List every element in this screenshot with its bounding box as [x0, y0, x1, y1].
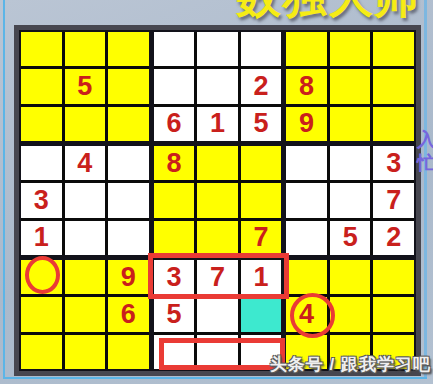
cell-r6c6[interactable]: 7 — [241, 221, 282, 255]
watermark: 头条号 / 跟我学习吧 — [270, 353, 431, 376]
cell-r5c5[interactable] — [197, 183, 238, 217]
box-1: 5 — [21, 32, 149, 141]
cell-r2c9[interactable] — [373, 69, 414, 103]
red-box-annotation-row9 — [159, 338, 285, 370]
cell-r1c6[interactable] — [241, 32, 282, 66]
cell-r9c3[interactable] — [108, 335, 149, 369]
cell-r8c4[interactable]: 5 — [154, 297, 195, 331]
cell-r5c8[interactable] — [330, 183, 371, 217]
cell-r8c1[interactable] — [21, 297, 62, 331]
cell-r7c9[interactable] — [373, 260, 414, 294]
cell-r1c9[interactable] — [373, 32, 414, 66]
cell-r6c2[interactable] — [65, 221, 106, 255]
cell-r2c7[interactable]: 8 — [286, 69, 327, 103]
box-4: 431 — [21, 146, 149, 255]
cell-r7c3[interactable]: 9 — [108, 260, 149, 294]
cell-r1c2[interactable] — [65, 32, 106, 66]
cell-r8c8[interactable] — [330, 297, 371, 331]
cell-r4c7[interactable] — [286, 146, 327, 180]
cell-r9c2[interactable] — [65, 335, 106, 369]
cell-r1c4[interactable] — [154, 32, 195, 66]
cell-r2c3[interactable] — [108, 69, 149, 103]
box-6: 3752 — [286, 146, 414, 255]
cell-r6c5[interactable] — [197, 221, 238, 255]
side-text-fragment: 入 忙 — [417, 128, 433, 174]
box-5: 87 — [154, 146, 282, 255]
cell-r3c4[interactable]: 6 — [154, 107, 195, 141]
frame-left-line — [3, 0, 5, 379]
cell-r7c8[interactable] — [330, 260, 371, 294]
box-2: 2615 — [154, 32, 282, 141]
cell-r3c5[interactable]: 1 — [197, 107, 238, 141]
cell-r6c7[interactable] — [286, 221, 327, 255]
cell-r3c1[interactable] — [21, 107, 62, 141]
cell-r5c1[interactable]: 3 — [21, 183, 62, 217]
cell-r1c7[interactable] — [286, 32, 327, 66]
frame-bottom-line — [3, 377, 427, 379]
cell-r6c1[interactable]: 1 — [21, 221, 62, 255]
cell-r8c3[interactable]: 6 — [108, 297, 149, 331]
cell-r5c4[interactable] — [154, 183, 195, 217]
cell-r5c9[interactable]: 7 — [373, 183, 414, 217]
cell-r6c3[interactable] — [108, 221, 149, 255]
cell-r1c1[interactable] — [21, 32, 62, 66]
side-text-fragment-1: 入 — [417, 128, 433, 151]
cell-r8c2[interactable] — [65, 297, 106, 331]
cell-r3c2[interactable] — [65, 107, 106, 141]
cell-r3c7[interactable]: 9 — [286, 107, 327, 141]
cell-r2c8[interactable] — [330, 69, 371, 103]
cell-r2c4[interactable] — [154, 69, 195, 103]
cell-r1c5[interactable] — [197, 32, 238, 66]
page-title: 数独大师 — [228, 0, 428, 27]
cell-r1c8[interactable] — [330, 32, 371, 66]
cell-r5c6[interactable] — [241, 183, 282, 217]
cell-r4c3[interactable] — [108, 146, 149, 180]
red-box-annotation-row7 — [148, 253, 289, 299]
box-3: 89 — [286, 32, 414, 141]
cell-r4c4[interactable]: 8 — [154, 146, 195, 180]
cell-r4c6[interactable] — [241, 146, 282, 180]
frame-right-line — [424, 0, 427, 379]
red-circle-annotation-r7c1 — [25, 256, 60, 294]
cell-r2c2[interactable]: 5 — [65, 69, 106, 103]
cell-r6c4[interactable] — [154, 221, 195, 255]
cell-r7c7[interactable] — [286, 260, 327, 294]
cell-r5c7[interactable] — [286, 183, 327, 217]
cell-r3c9[interactable] — [373, 107, 414, 141]
side-text-fragment-2: 忙 — [417, 151, 433, 174]
cell-r2c6[interactable]: 2 — [241, 69, 282, 103]
cell-r8c5[interactable] — [197, 297, 238, 331]
cell-r4c2[interactable]: 4 — [65, 146, 106, 180]
cell-r5c3[interactable] — [108, 183, 149, 217]
cell-r7c2[interactable] — [65, 260, 106, 294]
cell-r4c9[interactable]: 3 — [373, 146, 414, 180]
cell-r6c9[interactable]: 2 — [373, 221, 414, 255]
cell-r6c8[interactable]: 5 — [330, 221, 371, 255]
cell-r8c9[interactable] — [373, 297, 414, 331]
board: 52615894318737529637154 — [14, 25, 421, 376]
cell-r3c8[interactable] — [330, 107, 371, 141]
cell-r3c6[interactable]: 5 — [241, 107, 282, 141]
cell-r4c1[interactable] — [21, 146, 62, 180]
cell-r3c3[interactable] — [108, 107, 149, 141]
cell-r5c2[interactable] — [65, 183, 106, 217]
cell-r4c8[interactable] — [330, 146, 371, 180]
cell-r8c6[interactable] — [241, 297, 282, 331]
red-circle-annotation-r8c7 — [290, 293, 335, 338]
cell-r2c5[interactable] — [197, 69, 238, 103]
cell-r4c5[interactable] — [197, 146, 238, 180]
cell-r2c1[interactable] — [21, 69, 62, 103]
cell-r1c3[interactable] — [108, 32, 149, 66]
sudoku-page: 数独大师 52615894318737529637154 入 忙 头条号 / 跟… — [0, 0, 433, 384]
cell-r9c1[interactable] — [21, 335, 62, 369]
